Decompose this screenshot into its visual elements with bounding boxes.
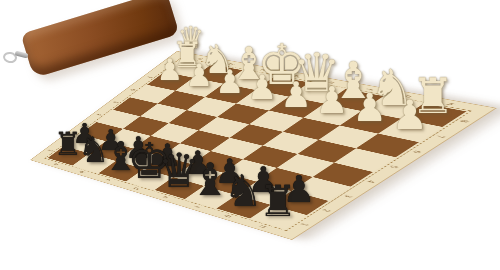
rank-label-far-5: 5 xyxy=(112,101,120,104)
file-label-a: a xyxy=(53,163,60,166)
rank-label-far-6: 6 xyxy=(129,88,137,91)
file-label-f: f xyxy=(192,205,200,208)
rank-label-far-4: 4 xyxy=(95,113,103,116)
file-label-far-e: e xyxy=(327,81,337,84)
file-label-far-a: a xyxy=(196,57,204,60)
board-grid xyxy=(48,59,467,229)
rank-label-1: 1 xyxy=(299,222,310,226)
rank-label-6: 6 xyxy=(411,150,423,154)
rank-label-3: 3 xyxy=(343,194,354,198)
file-label-e: e xyxy=(161,196,170,200)
rank-label-far-7: 7 xyxy=(146,76,154,79)
rank-label-far-2: 2 xyxy=(63,137,70,140)
rank-label-far-3: 3 xyxy=(79,125,86,128)
rank-label-4: 4 xyxy=(365,180,376,184)
file-label-h: h xyxy=(258,225,268,229)
chess-board: aa11bb22cc33dd44ee55ff66gg77hh88 xyxy=(30,51,497,240)
file-label-c: c xyxy=(105,178,113,181)
extra-white-queen[interactable]: ♛ xyxy=(178,23,205,53)
product-photo-stage: aa11bb22cc33dd44ee55ff66gg77hh88 ♜♞♝♚♛♝♞… xyxy=(0,0,500,270)
file-label-far-c: c xyxy=(258,69,267,72)
rank-label-2: 2 xyxy=(321,208,332,212)
rank-label-7: 7 xyxy=(434,135,446,139)
file-label-far-b: b xyxy=(226,63,235,66)
rank-label-far-1: 1 xyxy=(47,149,54,152)
file-label-far-g: g xyxy=(403,95,414,99)
file-label-far-f: f xyxy=(364,88,374,91)
file-label-far-d: d xyxy=(291,75,301,78)
rank-label-8: 8 xyxy=(458,119,470,123)
rank-label-5: 5 xyxy=(388,165,400,169)
file-label-far-h: h xyxy=(444,102,456,106)
file-label-d: d xyxy=(132,187,140,190)
file-label-g: g xyxy=(224,214,234,218)
rank-label-far-8: 8 xyxy=(163,63,171,66)
file-label-b: b xyxy=(78,170,86,173)
